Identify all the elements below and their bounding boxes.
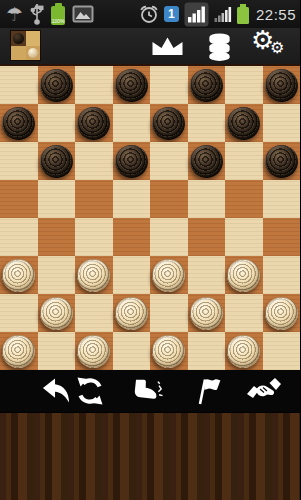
square-3-5 — [188, 180, 226, 218]
black-man[interactable] — [115, 69, 148, 102]
square-1-2[interactable] — [75, 104, 113, 142]
square-0-6 — [225, 66, 263, 104]
white-man[interactable] — [152, 259, 185, 292]
square-3-7 — [263, 180, 301, 218]
square-6-6 — [225, 294, 263, 332]
black-man[interactable] — [190, 69, 223, 102]
square-2-4 — [150, 142, 188, 180]
notification-badge: 1 — [164, 6, 179, 22]
clock-time: 22:55 — [254, 6, 296, 23]
database-icon — [206, 32, 233, 61]
square-7-4[interactable] — [150, 332, 188, 370]
usb-icon — [30, 4, 44, 25]
square-5-6[interactable] — [225, 256, 263, 294]
logo-black-piece — [13, 33, 24, 44]
white-man[interactable] — [40, 297, 73, 330]
undo-arrow-icon — [40, 376, 72, 405]
signal-widget-icon — [184, 2, 209, 27]
alarm-icon — [139, 4, 159, 24]
app-logo-checkers[interactable] — [10, 30, 41, 61]
square-3-3 — [113, 180, 151, 218]
square-1-4[interactable] — [150, 104, 188, 142]
board — [0, 64, 300, 370]
restart-refresh-icon — [75, 376, 105, 406]
logo-dark-square — [11, 31, 26, 46]
settings-button[interactable]: ⚙ ⚙ — [251, 31, 287, 61]
status-bar: ☂ 100% — [0, 0, 300, 28]
white-man[interactable] — [227, 259, 260, 292]
square-1-0[interactable] — [0, 104, 38, 142]
white-man[interactable] — [227, 335, 260, 368]
draw-handshake-icon — [246, 377, 282, 403]
square-6-3[interactable] — [113, 294, 151, 332]
square-4-6 — [225, 218, 263, 256]
square-3-6[interactable] — [225, 180, 263, 218]
square-6-2 — [75, 294, 113, 332]
resign-flag-icon — [192, 376, 222, 406]
database-button[interactable] — [206, 32, 233, 64]
black-man[interactable] — [190, 145, 223, 178]
logo-light-square — [26, 31, 41, 46]
square-0-3[interactable] — [113, 66, 151, 104]
square-7-5 — [188, 332, 226, 370]
square-4-0 — [0, 218, 38, 256]
square-7-0[interactable] — [0, 332, 38, 370]
square-5-4[interactable] — [150, 256, 188, 294]
battery-full-icon: 100% — [51, 6, 65, 25]
white-man[interactable] — [152, 335, 185, 368]
action-bar — [0, 370, 300, 413]
black-man[interactable] — [40, 69, 73, 102]
draw-button[interactable] — [246, 376, 280, 407]
square-7-7 — [263, 332, 301, 370]
square-1-7 — [263, 104, 301, 142]
square-5-7 — [263, 256, 301, 294]
black-man[interactable] — [265, 69, 298, 102]
square-1-1 — [38, 104, 76, 142]
square-5-0[interactable] — [0, 256, 38, 294]
square-5-1 — [38, 256, 76, 294]
square-6-4 — [150, 294, 188, 332]
gallery-icon — [72, 5, 94, 23]
undo-button[interactable] — [39, 376, 73, 407]
square-2-7[interactable] — [263, 142, 301, 180]
square-2-2 — [75, 142, 113, 180]
app-screen: ☂ 100% — [0, 0, 300, 500]
signal-strength-icon — [214, 6, 232, 22]
logo-light-square — [11, 46, 26, 61]
square-0-7[interactable] — [263, 66, 301, 104]
square-6-1[interactable] — [38, 294, 76, 332]
black-man[interactable] — [265, 145, 298, 178]
square-1-5 — [188, 104, 226, 142]
umbrella-icon: ☂ — [6, 5, 23, 24]
app-toolbar: ⚙ ⚙ — [0, 28, 300, 64]
square-3-2[interactable] — [75, 180, 113, 218]
kick-boot-icon — [130, 376, 164, 404]
square-5-2[interactable] — [75, 256, 113, 294]
crown-button[interactable] — [150, 36, 185, 59]
logo-light-square — [26, 46, 41, 61]
square-3-1 — [38, 180, 76, 218]
square-4-3[interactable] — [113, 218, 151, 256]
square-2-5[interactable] — [188, 142, 226, 180]
square-7-1 — [38, 332, 76, 370]
square-5-5 — [188, 256, 226, 294]
square-2-3[interactable] — [113, 142, 151, 180]
square-0-1[interactable] — [38, 66, 76, 104]
kick-button[interactable] — [130, 376, 164, 407]
status-left-icons: ☂ 100% — [6, 4, 94, 25]
white-man[interactable] — [77, 335, 110, 368]
square-0-4 — [150, 66, 188, 104]
square-6-0 — [0, 294, 38, 332]
square-2-1[interactable] — [38, 142, 76, 180]
battery-icon — [237, 7, 249, 24]
square-0-2 — [75, 66, 113, 104]
square-4-7[interactable] — [263, 218, 301, 256]
square-7-3 — [113, 332, 151, 370]
white-man[interactable] — [2, 335, 35, 368]
white-man[interactable] — [115, 297, 148, 330]
white-man[interactable] — [77, 259, 110, 292]
black-man[interactable] — [77, 107, 110, 140]
crown-icon — [150, 36, 185, 56]
square-2-6 — [225, 142, 263, 180]
square-6-5[interactable] — [188, 294, 226, 332]
square-5-3 — [113, 256, 151, 294]
white-man[interactable] — [2, 259, 35, 292]
battery-percent-label: 100% — [51, 18, 65, 24]
square-1-3 — [113, 104, 151, 142]
square-0-5[interactable] — [188, 66, 226, 104]
square-7-2[interactable] — [75, 332, 113, 370]
square-2-0 — [0, 142, 38, 180]
black-man[interactable] — [152, 107, 185, 140]
logo-white-piece — [28, 48, 39, 59]
square-3-0[interactable] — [0, 180, 38, 218]
white-man[interactable] — [190, 297, 223, 330]
square-3-4[interactable] — [150, 180, 188, 218]
square-4-4 — [150, 218, 188, 256]
black-man[interactable] — [227, 107, 260, 140]
restart-button[interactable] — [73, 376, 107, 407]
square-1-6[interactable] — [225, 104, 263, 142]
square-6-7[interactable] — [263, 294, 301, 332]
white-man[interactable] — [265, 297, 298, 330]
square-4-1[interactable] — [38, 218, 76, 256]
settings-gear-small-icon: ⚙ — [270, 40, 284, 56]
black-man[interactable] — [115, 145, 148, 178]
black-man[interactable] — [40, 145, 73, 178]
status-right-icons: 1 22:55 — [139, 2, 296, 27]
square-0-0 — [0, 66, 38, 104]
black-man[interactable] — [2, 107, 35, 140]
resign-button[interactable] — [190, 376, 224, 407]
square-4-2 — [75, 218, 113, 256]
square-7-6[interactable] — [225, 332, 263, 370]
square-4-5[interactable] — [188, 218, 226, 256]
